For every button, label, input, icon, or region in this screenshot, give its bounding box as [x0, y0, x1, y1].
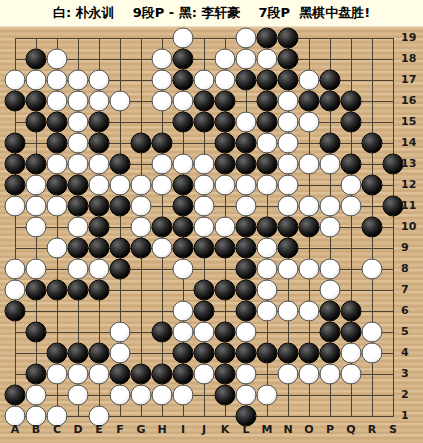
white-stone-J10	[194, 217, 215, 238]
white-stone-L12	[236, 175, 257, 196]
black-stone-G9	[131, 238, 152, 259]
white-stone-L2	[236, 385, 257, 406]
white-stone-B11	[26, 196, 47, 217]
white-stone-E17	[89, 70, 110, 91]
white-stone-C3	[47, 364, 68, 385]
row-label-16: 16	[401, 94, 423, 108]
row-label-11: 11	[401, 199, 423, 213]
column-label-G: G	[131, 423, 151, 437]
white-stone-D15	[68, 112, 89, 133]
white-stone-K17	[215, 70, 236, 91]
black-stone-R14	[362, 133, 383, 154]
black-stone-A2	[5, 385, 26, 406]
black-stone-O10	[299, 217, 320, 238]
black-stone-A16	[5, 91, 26, 112]
white-stone-H18	[152, 49, 173, 70]
column-label-C: C	[47, 423, 67, 437]
white-stone-P8	[320, 259, 341, 280]
white-stone-R4	[362, 343, 383, 364]
black-stone-J9	[194, 238, 215, 259]
black-stone-O4	[299, 343, 320, 364]
black-stone-R12	[362, 175, 383, 196]
row-label-18: 18	[401, 52, 423, 66]
white-stone-J11	[194, 196, 215, 217]
black-stone-M4	[257, 343, 278, 364]
row-label-2: 2	[401, 388, 423, 402]
white-stone-I2	[173, 385, 194, 406]
black-stone-M16	[257, 91, 278, 112]
black-stone-P14	[320, 133, 341, 154]
black-stone-A6	[5, 301, 26, 322]
white-stone-G11	[131, 196, 152, 217]
white-stone-Q3	[341, 364, 362, 385]
column-label-N: N	[278, 423, 298, 437]
white-stone-I19	[173, 28, 194, 49]
white-stone-D13	[68, 154, 89, 175]
white-stone-E8	[89, 259, 110, 280]
white-stone-O15	[299, 112, 320, 133]
black-stone-L14	[236, 133, 257, 154]
white-stone-E16	[89, 91, 110, 112]
white-stone-L15	[236, 112, 257, 133]
white-stone-N3	[278, 364, 299, 385]
white-stone-I16	[173, 91, 194, 112]
row-label-13: 13	[401, 157, 423, 171]
white-stone-C13	[47, 154, 68, 175]
black-stone-H5	[152, 322, 173, 343]
white-stone-B8	[26, 259, 47, 280]
white-stone-P3	[320, 364, 341, 385]
white-stone-H9	[152, 238, 173, 259]
black-stone-I11	[173, 196, 194, 217]
row-label-9: 9	[401, 241, 423, 255]
white-stone-H2	[152, 385, 173, 406]
row-label-14: 14	[401, 136, 423, 150]
black-stone-L4	[236, 343, 257, 364]
white-stone-R8	[362, 259, 383, 280]
white-stone-L19	[236, 28, 257, 49]
row-label-5: 5	[401, 325, 423, 339]
black-stone-C12	[47, 175, 68, 196]
black-stone-J16	[194, 91, 215, 112]
white-stone-P7	[320, 280, 341, 301]
column-label-R: R	[362, 423, 382, 437]
white-stone-A8	[5, 259, 26, 280]
white-stone-D8	[68, 259, 89, 280]
white-stone-N12	[278, 175, 299, 196]
black-stone-J4	[194, 343, 215, 364]
black-stone-L9	[236, 238, 257, 259]
black-stone-B3	[26, 364, 47, 385]
white-stone-O17	[299, 70, 320, 91]
black-stone-O16	[299, 91, 320, 112]
row-label-8: 8	[401, 262, 423, 276]
black-stone-D9	[68, 238, 89, 259]
column-label-A: A	[5, 423, 25, 437]
black-stone-B13	[26, 154, 47, 175]
white-stone-E12	[89, 175, 110, 196]
black-stone-R10	[362, 217, 383, 238]
black-stone-M13	[257, 154, 278, 175]
white-stone-P13	[320, 154, 341, 175]
column-label-F: F	[110, 423, 130, 437]
white-stone-D10	[68, 217, 89, 238]
black-stone-P17	[320, 70, 341, 91]
black-stone-C7	[47, 280, 68, 301]
black-stone-M19	[257, 28, 278, 49]
black-stone-N9	[278, 238, 299, 259]
black-stone-D4	[68, 343, 89, 364]
black-stone-B7	[26, 280, 47, 301]
black-stone-F3	[110, 364, 131, 385]
column-label-H: H	[152, 423, 172, 437]
row-label-6: 6	[401, 304, 423, 318]
black-stone-N10	[278, 217, 299, 238]
white-stone-J3	[194, 364, 215, 385]
black-stone-D7	[68, 280, 89, 301]
white-stone-N13	[278, 154, 299, 175]
black-stone-K3	[215, 364, 236, 385]
white-stone-I5	[173, 322, 194, 343]
white-stone-J5	[194, 322, 215, 343]
black-stone-E7	[89, 280, 110, 301]
white-stone-G12	[131, 175, 152, 196]
white-stone-M12	[257, 175, 278, 196]
white-stone-B12	[26, 175, 47, 196]
black-stone-Q16	[341, 91, 362, 112]
black-stone-L8	[236, 259, 257, 280]
black-stone-Q15	[341, 112, 362, 133]
white-stone-C18	[47, 49, 68, 70]
white-stone-K18	[215, 49, 236, 70]
black-stone-F11	[110, 196, 131, 217]
column-label-Q: Q	[341, 423, 361, 437]
black-stone-E9	[89, 238, 110, 259]
black-stone-K4	[215, 343, 236, 364]
black-stone-M17	[257, 70, 278, 91]
white-stone-L18	[236, 49, 257, 70]
column-label-B: B	[26, 423, 46, 437]
go-game-viewer: 白: 朴永训 9段P - 黑: 李轩豪 7段P 黑棋中盘胜! 191817161…	[0, 0, 423, 443]
black-stone-J15	[194, 112, 215, 133]
white-stone-D16	[68, 91, 89, 112]
white-stone-H12	[152, 175, 173, 196]
white-stone-N6	[278, 301, 299, 322]
row-label-10: 10	[401, 220, 423, 234]
white-stone-G10	[131, 217, 152, 238]
black-stone-Q13	[341, 154, 362, 175]
white-stone-R5	[362, 322, 383, 343]
black-stone-N19	[278, 28, 299, 49]
white-stone-F16	[110, 91, 131, 112]
black-stone-L10	[236, 217, 257, 238]
white-stone-I8	[173, 259, 194, 280]
black-stone-J6	[194, 301, 215, 322]
white-stone-D2	[68, 385, 89, 406]
black-stone-I18	[173, 49, 194, 70]
column-label-I: I	[173, 423, 193, 437]
column-label-S: S	[383, 423, 403, 437]
black-stone-B5	[26, 322, 47, 343]
black-stone-C4	[47, 343, 68, 364]
row-label-19: 19	[401, 31, 423, 45]
column-label-P: P	[320, 423, 340, 437]
black-stone-L13	[236, 154, 257, 175]
black-stone-E10	[89, 217, 110, 238]
black-stone-P6	[320, 301, 341, 322]
white-stone-D17	[68, 70, 89, 91]
row-label-3: 3	[401, 367, 423, 381]
white-stone-E3	[89, 364, 110, 385]
black-stone-I9	[173, 238, 194, 259]
white-stone-A11	[5, 196, 26, 217]
white-stone-G2	[131, 385, 152, 406]
white-stone-N16	[278, 91, 299, 112]
black-stone-I3	[173, 364, 194, 385]
white-stone-L3	[236, 364, 257, 385]
white-stone-B10	[26, 217, 47, 238]
black-stone-C14	[47, 133, 68, 154]
black-stone-M15	[257, 112, 278, 133]
black-stone-H3	[152, 364, 173, 385]
black-stone-M10	[257, 217, 278, 238]
white-stone-P10	[320, 217, 341, 238]
black-stone-I17	[173, 70, 194, 91]
white-stone-O3	[299, 364, 320, 385]
black-stone-B18	[26, 49, 47, 70]
white-stone-N11	[278, 196, 299, 217]
white-stone-L5	[236, 322, 257, 343]
white-stone-Q4	[341, 343, 362, 364]
white-stone-Q12	[341, 175, 362, 196]
white-stone-C17	[47, 70, 68, 91]
black-stone-L6	[236, 301, 257, 322]
white-stone-M18	[257, 49, 278, 70]
black-stone-C15	[47, 112, 68, 133]
white-stone-F2	[110, 385, 131, 406]
black-stone-D11	[68, 196, 89, 217]
white-stone-M2	[257, 385, 278, 406]
white-stone-M9	[257, 238, 278, 259]
black-stone-H10	[152, 217, 173, 238]
black-stone-P16	[320, 91, 341, 112]
row-label-17: 17	[401, 73, 423, 87]
row-label-4: 4	[401, 346, 423, 360]
black-stone-K5	[215, 322, 236, 343]
white-stone-N8	[278, 259, 299, 280]
white-stone-Q11	[341, 196, 362, 217]
black-stone-E15	[89, 112, 110, 133]
row-label-12: 12	[401, 178, 423, 192]
white-stone-J13	[194, 154, 215, 175]
white-stone-A7	[5, 280, 26, 301]
white-stone-K12	[215, 175, 236, 196]
white-stone-F4	[110, 343, 131, 364]
row-label-7: 7	[401, 283, 423, 297]
white-stone-J12	[194, 175, 215, 196]
white-stone-P11	[320, 196, 341, 217]
black-stone-L17	[236, 70, 257, 91]
white-stone-O6	[299, 301, 320, 322]
white-stone-E13	[89, 154, 110, 175]
column-label-M: M	[257, 423, 277, 437]
white-stone-I13	[173, 154, 194, 175]
black-stone-L7	[236, 280, 257, 301]
black-stone-A12	[5, 175, 26, 196]
white-stone-O11	[299, 196, 320, 217]
white-stone-B2	[26, 385, 47, 406]
white-stone-O8	[299, 259, 320, 280]
black-stone-B16	[26, 91, 47, 112]
white-stone-D14	[68, 133, 89, 154]
black-stone-N18	[278, 49, 299, 70]
white-stone-J17	[194, 70, 215, 91]
black-stone-I10	[173, 217, 194, 238]
column-label-E: E	[89, 423, 109, 437]
black-stone-B15	[26, 112, 47, 133]
column-label-L: L	[236, 423, 256, 437]
black-stone-N17	[278, 70, 299, 91]
black-stone-F8	[110, 259, 131, 280]
white-stone-H16	[152, 91, 173, 112]
white-stone-N14	[278, 133, 299, 154]
white-stone-K10	[215, 217, 236, 238]
go-board[interactable]: 19181716151413121110987654321ABCDEFGHIJK…	[0, 27, 423, 443]
white-stone-F12	[110, 175, 131, 196]
black-stone-E14	[89, 133, 110, 154]
column-label-D: D	[68, 423, 88, 437]
white-stone-M8	[257, 259, 278, 280]
row-label-15: 15	[401, 115, 423, 129]
black-stone-I12	[173, 175, 194, 196]
black-stone-K2	[215, 385, 236, 406]
white-stone-D3	[68, 364, 89, 385]
game-info-bar: 白: 朴永训 9段P - 黑: 李轩豪 7段P 黑棋中盘胜!	[0, 0, 423, 27]
column-label-K: K	[215, 423, 235, 437]
black-stone-N4	[278, 343, 299, 364]
black-stone-E11	[89, 196, 110, 217]
white-stone-A17	[5, 70, 26, 91]
white-stone-C11	[47, 196, 68, 217]
white-stone-F5	[110, 322, 131, 343]
white-stone-B17	[26, 70, 47, 91]
black-stone-Q6	[341, 301, 362, 322]
white-stone-O13	[299, 154, 320, 175]
black-stone-G3	[131, 364, 152, 385]
black-stone-K14	[215, 133, 236, 154]
black-stone-I15	[173, 112, 194, 133]
black-stone-K9	[215, 238, 236, 259]
black-stone-K15	[215, 112, 236, 133]
column-label-J: J	[194, 423, 214, 437]
black-stone-H14	[152, 133, 173, 154]
black-stone-K7	[215, 280, 236, 301]
game-info-text: 白: 朴永训 9段P - 黑: 李轩豪 7段P 黑棋中盘胜!	[53, 4, 370, 22]
white-stone-I6	[173, 301, 194, 322]
black-stone-K16	[215, 91, 236, 112]
black-stone-E4	[89, 343, 110, 364]
white-stone-L11	[236, 196, 257, 217]
black-stone-Q5	[341, 322, 362, 343]
black-stone-F9	[110, 238, 131, 259]
black-stone-J7	[194, 280, 215, 301]
black-stone-P4	[320, 343, 341, 364]
black-stone-D12	[68, 175, 89, 196]
black-stone-A14	[5, 133, 26, 154]
white-stone-M14	[257, 133, 278, 154]
black-stone-A13	[5, 154, 26, 175]
white-stone-M7	[257, 280, 278, 301]
white-stone-C9	[47, 238, 68, 259]
black-stone-K13	[215, 154, 236, 175]
black-stone-P5	[320, 322, 341, 343]
black-stone-F13	[110, 154, 131, 175]
black-stone-G14	[131, 133, 152, 154]
white-stone-C16	[47, 91, 68, 112]
row-label-1: 1	[401, 409, 423, 423]
black-stone-I4	[173, 343, 194, 364]
white-stone-N15	[278, 112, 299, 133]
column-label-O: O	[299, 423, 319, 437]
white-stone-M6	[257, 301, 278, 322]
white-stone-H13	[152, 154, 173, 175]
white-stone-H17	[152, 70, 173, 91]
